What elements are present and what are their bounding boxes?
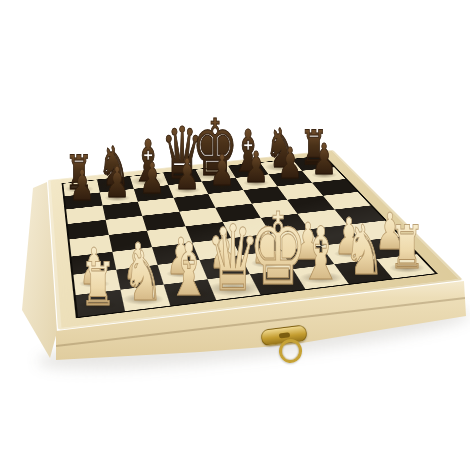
white-rook-a1[interactable]: ♜: [80, 255, 115, 315]
black-pawn-h7[interactable]: ♟: [312, 139, 337, 182]
black-pawn-b7[interactable]: ♟: [104, 162, 129, 205]
white-rook-h1[interactable]: ♜: [390, 217, 425, 277]
white-knight-g1[interactable]: ♞: [344, 215, 385, 284]
black-pawn-e7[interactable]: ♟: [209, 150, 234, 193]
chess-set-photo: ♜♞♝♛♚♝♞♜♟♟♟♟♟♟♟♟♟♟♟♟♟♟♟♟♜♞♝♛♚♝♞♜: [0, 0, 470, 470]
black-pawn-f7[interactable]: ♟: [244, 147, 269, 190]
white-bishop-c1[interactable]: ♝: [167, 233, 210, 306]
white-king-e1[interactable]: ♚: [248, 200, 307, 300]
black-pawn-c7[interactable]: ♟: [140, 158, 165, 201]
black-pawn-d7[interactable]: ♟: [175, 154, 200, 197]
black-pawn-g7[interactable]: ♟: [278, 143, 303, 186]
white-knight-b1[interactable]: ♞: [123, 242, 164, 311]
pieces-layer: ♜♞♝♛♚♝♞♜♟♟♟♟♟♟♟♟♟♟♟♟♟♟♟♟♜♞♝♛♚♝♞♜: [0, 0, 470, 470]
black-pawn-a7[interactable]: ♟: [69, 166, 94, 209]
white-bishop-f1[interactable]: ♝: [300, 217, 343, 290]
